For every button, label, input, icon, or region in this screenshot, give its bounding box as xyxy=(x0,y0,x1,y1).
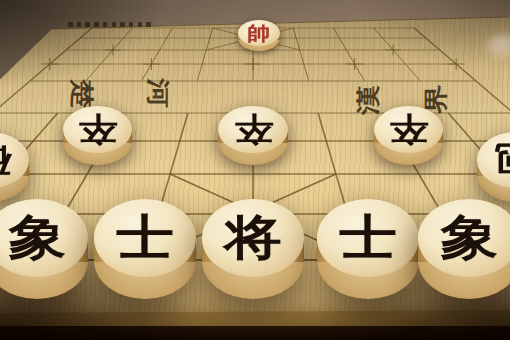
far-edge-mark xyxy=(146,22,151,27)
piece-top-face: 帥 xyxy=(238,20,279,46)
piece-f1[interactable]: 士 xyxy=(317,199,420,299)
piece-character: 帥 xyxy=(248,24,271,43)
piece-d1[interactable]: 士 xyxy=(94,199,197,299)
piece-g1[interactable]: 象 xyxy=(418,199,510,299)
piece-character: 士 xyxy=(116,214,173,262)
far-edge-mark xyxy=(138,22,143,27)
piece-top-face: 士 xyxy=(94,199,197,277)
piece-character: 象 xyxy=(8,214,65,262)
far-edge-mark xyxy=(112,22,117,27)
far-edge-mark xyxy=(85,22,90,27)
far-edge-mark xyxy=(94,22,99,27)
piece-top-face: 卒 xyxy=(374,106,444,154)
far-edge-mark xyxy=(120,22,125,27)
piece-character: 砲 xyxy=(495,142,510,178)
piece-character: 象 xyxy=(440,214,497,262)
piece-top-face: 象 xyxy=(418,199,510,277)
piece-character: 卒 xyxy=(78,114,117,146)
river-char-1: 河 xyxy=(142,78,175,108)
piece-character: 卒 xyxy=(389,114,428,146)
far-edge-mark xyxy=(103,22,108,27)
far-edge-mark xyxy=(68,22,73,27)
piece-e1[interactable]: 将 xyxy=(202,199,305,299)
far-edge-mark xyxy=(77,22,82,27)
piece-e4[interactable]: 卒 xyxy=(218,106,288,165)
piece-character: 砲 xyxy=(0,142,11,178)
piece-character: 士 xyxy=(339,214,396,262)
piece-top-face: 士 xyxy=(317,199,420,277)
far-edge-mark xyxy=(129,22,134,27)
xiangqi-photo-scene: 楚河漢界 象士将士象砲砲卒卒卒帥 xyxy=(0,0,510,340)
piece-top-face: 将 xyxy=(202,199,305,277)
piece-character: 将 xyxy=(224,214,281,262)
piece-c4[interactable]: 卒 xyxy=(63,106,133,165)
piece-c1[interactable]: 象 xyxy=(0,199,88,299)
river-char-0: 楚 xyxy=(66,79,99,109)
piece-g4[interactable]: 卒 xyxy=(374,106,444,165)
piece-character: 卒 xyxy=(234,114,273,146)
piece-e9[interactable]: 帥 xyxy=(238,20,279,50)
piece-top-face: 卒 xyxy=(218,106,288,154)
piece-b3[interactable]: 砲 xyxy=(0,132,29,202)
piece-h3[interactable]: 砲 xyxy=(477,132,510,202)
